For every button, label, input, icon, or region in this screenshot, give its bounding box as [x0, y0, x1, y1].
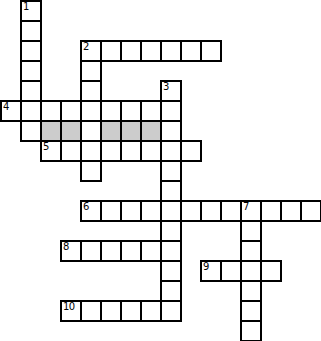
letter-cell[interactable]	[160, 120, 182, 142]
letter-cell[interactable]	[280, 200, 302, 222]
letter-cell[interactable]	[200, 40, 222, 62]
blocked-cell	[40, 120, 62, 142]
letter-cell[interactable]	[80, 300, 102, 322]
letter-cell[interactable]	[100, 300, 122, 322]
letter-cell[interactable]	[140, 200, 162, 222]
letter-cell[interactable]: 6	[80, 200, 102, 222]
letter-cell[interactable]	[240, 220, 262, 242]
letter-cell[interactable]	[20, 100, 42, 122]
letter-cell[interactable]	[140, 40, 162, 62]
letter-cell[interactable]	[80, 240, 102, 262]
letter-cell[interactable]	[140, 240, 162, 262]
letter-cell[interactable]: 7	[240, 200, 262, 222]
letter-cell[interactable]	[260, 200, 282, 222]
clue-number: 10	[63, 301, 75, 312]
letter-cell[interactable]: 2	[80, 40, 102, 62]
letter-cell[interactable]	[180, 140, 202, 162]
clue-number: 1	[23, 1, 29, 12]
letter-cell[interactable]	[100, 40, 122, 62]
letter-cell[interactable]	[160, 200, 182, 222]
clue-number: 9	[203, 261, 209, 272]
blocked-cell	[60, 120, 82, 142]
letter-cell[interactable]	[140, 140, 162, 162]
letter-cell[interactable]	[200, 200, 222, 222]
letter-cell[interactable]	[80, 60, 102, 82]
letter-cell[interactable]: 5	[40, 140, 62, 162]
letter-cell[interactable]	[160, 180, 182, 202]
letter-cell[interactable]: 10	[60, 300, 82, 322]
letter-cell[interactable]: 8	[60, 240, 82, 262]
letter-cell[interactable]	[120, 240, 142, 262]
letter-cell[interactable]	[60, 100, 82, 122]
clue-number: 2	[83, 41, 89, 52]
letter-cell[interactable]	[100, 100, 122, 122]
letter-cell[interactable]	[160, 300, 182, 322]
letter-cell[interactable]	[240, 280, 262, 302]
letter-cell[interactable]	[240, 240, 262, 262]
letter-cell[interactable]	[160, 100, 182, 122]
letter-cell[interactable]	[240, 300, 262, 322]
letter-cell[interactable]	[80, 140, 102, 162]
letter-cell[interactable]	[120, 200, 142, 222]
letter-cell[interactable]	[220, 200, 242, 222]
letter-cell[interactable]	[160, 240, 182, 262]
letter-cell[interactable]	[120, 300, 142, 322]
letter-cell[interactable]	[160, 280, 182, 302]
letter-cell[interactable]	[260, 260, 282, 282]
clue-number: 4	[3, 101, 9, 112]
letter-cell[interactable]	[120, 100, 142, 122]
crossword-grid: 12345678910	[0, 0, 321, 341]
letter-cell[interactable]	[180, 40, 202, 62]
letter-cell[interactable]	[80, 100, 102, 122]
letter-cell[interactable]: 4	[0, 100, 22, 122]
letter-cell[interactable]	[20, 20, 42, 42]
blocked-cell	[140, 120, 162, 142]
letter-cell[interactable]	[140, 300, 162, 322]
letter-cell[interactable]	[20, 80, 42, 102]
letter-cell[interactable]	[160, 260, 182, 282]
letter-cell[interactable]	[140, 100, 162, 122]
letter-cell[interactable]	[160, 220, 182, 242]
letter-cell[interactable]	[100, 240, 122, 262]
letter-cell[interactable]	[20, 120, 42, 142]
letter-cell[interactable]	[180, 200, 202, 222]
blocked-cell	[120, 120, 142, 142]
letter-cell[interactable]	[40, 100, 62, 122]
letter-cell[interactable]	[20, 40, 42, 62]
clue-number: 8	[63, 241, 69, 252]
letter-cell[interactable]	[240, 320, 262, 341]
letter-cell[interactable]	[160, 140, 182, 162]
letter-cell[interactable]: 9	[200, 260, 222, 282]
clue-number: 5	[43, 141, 49, 152]
letter-cell[interactable]	[220, 260, 242, 282]
blocked-cell	[100, 120, 122, 142]
letter-cell[interactable]	[160, 40, 182, 62]
letter-cell[interactable]	[80, 120, 102, 142]
clue-number: 6	[83, 201, 89, 212]
letter-cell[interactable]: 3	[160, 80, 182, 102]
letter-cell[interactable]: 1	[20, 0, 42, 22]
clue-number: 7	[243, 201, 249, 212]
letter-cell[interactable]	[80, 80, 102, 102]
letter-cell[interactable]	[160, 160, 182, 182]
letter-cell[interactable]	[80, 160, 102, 182]
letter-cell[interactable]	[120, 140, 142, 162]
letter-cell[interactable]	[240, 260, 262, 282]
letter-cell[interactable]	[300, 200, 321, 222]
letter-cell[interactable]	[100, 200, 122, 222]
letter-cell[interactable]	[100, 140, 122, 162]
clue-number: 3	[163, 81, 169, 92]
letter-cell[interactable]	[60, 140, 82, 162]
letter-cell[interactable]	[20, 60, 42, 82]
letter-cell[interactable]	[120, 40, 142, 62]
